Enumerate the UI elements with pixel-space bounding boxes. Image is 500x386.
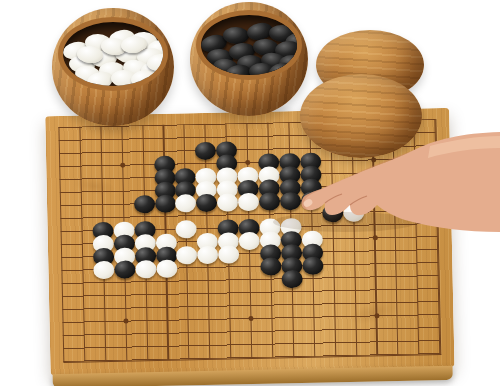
black-stone [114,260,135,278]
white-stone [175,194,196,212]
white-stone [239,231,260,249]
white-stone [176,246,197,264]
white-stone [176,220,197,238]
black-stone [302,256,323,274]
white-stone [218,245,239,263]
white-stone [197,245,218,263]
star-point [372,235,377,240]
lidded-bowl-body [300,74,422,158]
black-stone [133,194,154,212]
white-stone [238,192,259,210]
black-stone [260,257,281,275]
go-set-product-photo [0,0,500,386]
black-stone-in-bowl [223,27,249,44]
black-stone [154,194,175,212]
white-stone [217,193,238,211]
white-bowl-opening [58,17,168,91]
white-stone [156,259,177,277]
white-stone [343,203,364,221]
black-stone [195,141,216,159]
black-bowl-opening [196,10,302,80]
star-point [123,319,128,324]
white-stone-bowl [52,8,174,126]
black-stone [196,193,217,211]
black-stone [281,269,302,287]
white-stone [93,260,114,278]
black-stone [280,191,301,209]
star-point [374,313,379,318]
star-point [371,157,376,162]
black-stone-bowl [190,2,308,116]
star-point [120,163,125,168]
star-point [245,160,250,165]
black-stone [322,204,343,222]
star-point [249,316,254,321]
white-stone [135,259,156,277]
black-stone [301,191,322,209]
black-stone [259,192,280,210]
